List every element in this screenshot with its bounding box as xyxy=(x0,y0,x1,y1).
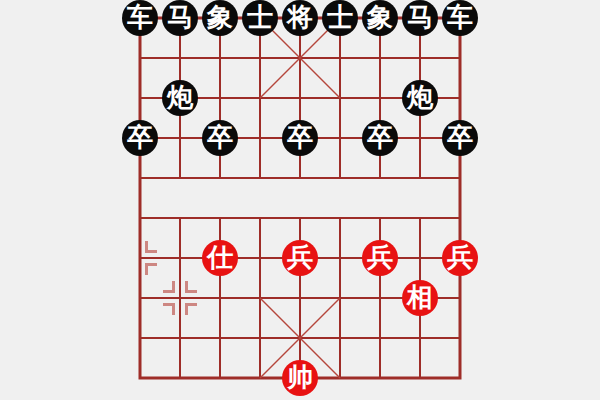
piece-black-卒[interactable]: 卒 xyxy=(122,120,158,156)
point-mark xyxy=(185,281,197,293)
piece-red-相[interactable]: 相 xyxy=(402,280,438,316)
point-mark xyxy=(185,303,197,315)
piece-red-兵[interactable]: 兵 xyxy=(282,240,318,276)
piece-black-卒[interactable]: 卒 xyxy=(202,120,238,156)
piece-red-兵[interactable]: 兵 xyxy=(442,240,478,276)
piece-black-将[interactable]: 将 xyxy=(282,0,318,36)
point-mark xyxy=(145,263,157,275)
point-mark xyxy=(163,303,175,315)
piece-black-象[interactable]: 象 xyxy=(362,0,398,36)
piece-red-仕[interactable]: 仕 xyxy=(202,240,238,276)
piece-black-马[interactable]: 马 xyxy=(162,0,198,36)
piece-black-象[interactable]: 象 xyxy=(202,0,238,36)
piece-red-帅[interactable]: 帅 xyxy=(282,360,318,396)
piece-black-卒[interactable]: 卒 xyxy=(282,120,318,156)
point-mark xyxy=(145,241,157,253)
point-mark xyxy=(163,281,175,293)
piece-black-炮[interactable]: 炮 xyxy=(402,80,438,116)
piece-black-车[interactable]: 车 xyxy=(122,0,158,36)
piece-black-车[interactable]: 车 xyxy=(442,0,478,36)
piece-black-卒[interactable]: 卒 xyxy=(442,120,478,156)
piece-black-炮[interactable]: 炮 xyxy=(162,80,198,116)
piece-black-卒[interactable]: 卒 xyxy=(362,120,398,156)
piece-red-兵[interactable]: 兵 xyxy=(362,240,398,276)
piece-black-士[interactable]: 士 xyxy=(242,0,278,36)
xiangqi-app: 车马象士将士象马车炮炮卒卒卒卒卒仕兵兵兵相帅 xyxy=(0,0,600,400)
piece-black-马[interactable]: 马 xyxy=(402,0,438,36)
piece-black-士[interactable]: 士 xyxy=(322,0,358,36)
xiangqi-board[interactable]: 车马象士将士象马车炮炮卒卒卒卒卒仕兵兵兵相帅 xyxy=(120,0,480,398)
